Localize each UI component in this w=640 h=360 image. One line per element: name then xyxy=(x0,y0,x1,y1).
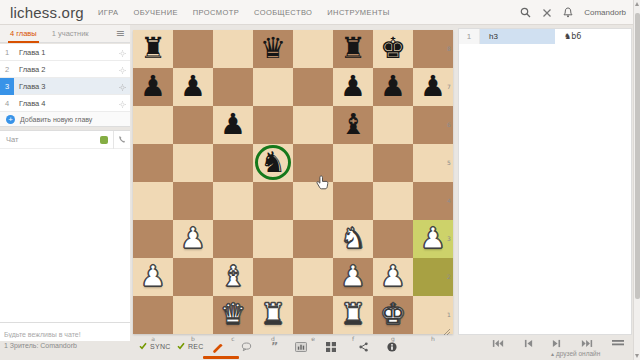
square-b1[interactable] xyxy=(173,296,213,334)
square-b3[interactable]: ♟ xyxy=(173,220,213,258)
square-f1[interactable]: ♜ xyxy=(333,296,373,334)
quote-icon[interactable]: ” xyxy=(271,342,278,352)
square-g6[interactable] xyxy=(373,106,413,144)
chapter-title: Глава 1 xyxy=(14,48,119,57)
analysis-menu-button[interactable] xyxy=(612,334,624,352)
spectators-line: 1 Зритель: Comandorb xyxy=(4,342,77,349)
chapter-number: 4 xyxy=(0,95,14,112)
comments-tab-active[interactable] xyxy=(212,342,224,354)
square-b7[interactable]: ♟ xyxy=(173,68,213,106)
gear-icon[interactable] xyxy=(119,94,126,112)
menu-item-community[interactable]: СООБЩЕСТВО xyxy=(254,8,312,17)
file-label-g: g xyxy=(373,335,413,342)
add-chapter-button[interactable]: + Добавить новую главу xyxy=(0,112,130,127)
piece-white-knight[interactable]: ♞ xyxy=(333,220,373,258)
piece-white-rook[interactable]: ♜ xyxy=(333,296,373,334)
square-g1[interactable]: ♚ xyxy=(373,296,413,334)
square-b4[interactable] xyxy=(173,182,213,220)
sync-toggle[interactable]: SYNC xyxy=(139,342,171,350)
notifications-bell-icon[interactable] xyxy=(563,7,573,18)
file-label-b: b xyxy=(173,335,213,342)
piece-white-pawn[interactable]: ♟ xyxy=(373,258,413,296)
friends-online-label: друзей онлайн xyxy=(556,350,600,357)
rank-label-2: 2 xyxy=(447,258,455,296)
piece-black-pawn[interactable]: ♟ xyxy=(373,68,413,106)
square-h3[interactable]: ♟ xyxy=(413,220,453,258)
gear-icon[interactable] xyxy=(119,77,126,95)
active-tab-underline xyxy=(203,356,239,359)
square-g4[interactable] xyxy=(373,182,413,220)
gear-icon[interactable] xyxy=(119,60,126,78)
square-c3[interactable] xyxy=(213,220,253,258)
scroll-up-arrow[interactable] xyxy=(635,2,639,6)
chapter-title: Глава 3 xyxy=(14,82,119,91)
multiboard-grid-icon[interactable] xyxy=(326,342,336,352)
chat-header: Чат xyxy=(0,131,130,149)
piece-black-pawn[interactable]: ♟ xyxy=(213,106,253,144)
piece-black-rook[interactable]: ♜ xyxy=(133,30,173,68)
piece-white-pawn[interactable]: ♟ xyxy=(173,220,213,258)
tab-members[interactable]: 1 участник xyxy=(52,29,89,38)
square-f4[interactable] xyxy=(333,182,373,220)
sync-check-icon xyxy=(139,342,147,350)
study-toolbar: SYNC REC ” xyxy=(133,342,463,360)
resize-handle-icon[interactable] xyxy=(441,322,451,340)
square-f3[interactable]: ♞ xyxy=(333,220,373,258)
menu-item-tools[interactable]: ИНСТРУМЕНТЫ xyxy=(327,8,389,17)
piece-white-pawn[interactable]: ♟ xyxy=(133,258,173,296)
rec-toggle[interactable]: REC xyxy=(177,342,204,350)
square-a7[interactable]: ♟ xyxy=(133,68,173,106)
tab-chapters[interactable]: 4 главы xyxy=(8,25,39,43)
window-scrollbar[interactable] xyxy=(633,0,640,360)
cursor-pointer-icon xyxy=(316,175,329,195)
pencil-icon xyxy=(212,342,224,354)
rec-check-icon xyxy=(177,342,185,350)
hamburger-menu-icon[interactable]: ≡ xyxy=(116,25,125,43)
chapter-row-2[interactable]: 2 Глава 2 xyxy=(0,61,130,78)
sync-label: SYNC xyxy=(150,343,171,350)
square-b6[interactable] xyxy=(173,106,213,144)
square-g8[interactable]: ♚ xyxy=(373,30,413,68)
chart-icon[interactable] xyxy=(295,342,307,352)
phone-icon xyxy=(118,135,127,144)
square-d1[interactable]: ♜ xyxy=(253,296,293,334)
chapter-number: 2 xyxy=(0,61,14,78)
piece-white-pawn[interactable]: ♟ xyxy=(333,258,373,296)
square-d7[interactable] xyxy=(253,68,293,106)
square-g7[interactable]: ♟ xyxy=(373,68,413,106)
square-d3[interactable] xyxy=(253,220,293,258)
square-a3[interactable] xyxy=(133,220,173,258)
chapter-row-1[interactable]: 1 Глава 1 xyxy=(0,44,130,61)
piece-white-king[interactable]: ♚ xyxy=(373,296,413,334)
main-menu: ИГРА ОБУЧЕНИЕ ПРОСМОТР СООБЩЕСТВО ИНСТРУ… xyxy=(98,8,390,17)
piece-white-rook[interactable]: ♜ xyxy=(253,296,293,334)
piece-white-bishop[interactable]: ♝ xyxy=(213,258,253,296)
square-d2[interactable] xyxy=(253,258,293,296)
challenges-icon[interactable] xyxy=(542,8,552,18)
square-d5[interactable]: ♞ xyxy=(253,144,293,182)
square-c7[interactable] xyxy=(213,68,253,106)
chat-room-toggle[interactable] xyxy=(113,131,130,149)
square-c2[interactable]: ♝ xyxy=(213,258,253,296)
file-label-f: f xyxy=(333,335,373,342)
move-black[interactable]: ♞b6 xyxy=(555,29,631,44)
prev-move-button[interactable] xyxy=(524,334,533,352)
move-row: 1 h3 ♞b6 xyxy=(459,29,631,44)
piece-white-queen[interactable]: ♛ xyxy=(213,296,253,334)
rec-label: REC xyxy=(188,343,204,350)
friends-online-toggle[interactable]: ▴ друзей онлайн xyxy=(551,350,600,357)
gear-icon[interactable] xyxy=(119,43,126,61)
username[interactable]: Comandorb xyxy=(584,8,626,17)
square-f5[interactable] xyxy=(333,144,373,182)
square-a5[interactable] xyxy=(133,144,173,182)
menu-item-watch[interactable]: ПРОСМОТР xyxy=(193,8,239,17)
chess-board[interactable]: ♜♛♜♚♟♟♟♟♟♟♝♞♟♞♟♟♝♟♟♛♜♜♚ xyxy=(133,30,453,334)
chat-title: Чат xyxy=(6,135,100,144)
rank-label-4: 4 xyxy=(447,182,455,220)
chat-input-wrap xyxy=(0,322,130,336)
square-b2[interactable] xyxy=(173,258,213,296)
top-navbar: lichess.org ИГРА ОБУЧЕНИЕ ПРОСМОТР СООБЩ… xyxy=(0,0,640,25)
square-d8[interactable]: ♛ xyxy=(253,30,293,68)
rank-label-5: 5 xyxy=(447,144,455,182)
member-status-icon xyxy=(100,136,108,144)
add-icon: + xyxy=(6,115,15,124)
lichess-logo[interactable]: lichess.org xyxy=(10,4,84,21)
move-white-current[interactable]: h3 xyxy=(480,29,555,44)
square-g2[interactable]: ♟ xyxy=(373,258,413,296)
square-g5[interactable] xyxy=(373,144,413,182)
file-label-c: c xyxy=(213,335,253,342)
move-nav-controls xyxy=(458,337,632,349)
square-d6[interactable] xyxy=(253,106,293,144)
square-f8[interactable]: ♜ xyxy=(333,30,373,68)
menu-item-play[interactable]: ИГРА xyxy=(98,8,119,17)
move-number: 1 xyxy=(459,29,480,44)
share-icon[interactable] xyxy=(359,342,368,352)
piece-black-pawn[interactable]: ♟ xyxy=(133,68,173,106)
piece-black-king[interactable]: ♚ xyxy=(373,30,413,68)
chapter-number: 3 xyxy=(0,78,14,95)
scrollbar-thumb[interactable] xyxy=(635,13,640,299)
square-b5[interactable] xyxy=(173,144,213,182)
add-chapter-label: Добавить новую главу xyxy=(20,116,92,123)
navbar-right: Comandorb xyxy=(520,0,626,25)
square-f2[interactable]: ♟ xyxy=(333,258,373,296)
square-e3[interactable] xyxy=(293,220,333,258)
square-c5[interactable] xyxy=(213,144,253,182)
file-labels: abcdefgh xyxy=(133,335,453,342)
rank-label-8: 8 xyxy=(447,30,455,68)
square-b8[interactable] xyxy=(173,30,213,68)
piece-black-rook[interactable]: ♜ xyxy=(333,30,373,68)
first-move-button[interactable] xyxy=(492,334,504,352)
square-f6[interactable]: ♝ xyxy=(333,106,373,144)
search-icon[interactable] xyxy=(520,7,531,18)
piece-black-pawn[interactable]: ♟ xyxy=(333,68,373,106)
chat-input[interactable] xyxy=(0,328,130,341)
square-a2[interactable]: ♟ xyxy=(133,258,173,296)
piece-black-bishop[interactable]: ♝ xyxy=(333,106,373,144)
rank-label-6: 6 xyxy=(447,106,455,144)
piece-black-queen[interactable]: ♛ xyxy=(253,30,293,68)
chapter-title: Глава 2 xyxy=(14,65,119,74)
square-a8[interactable]: ♜ xyxy=(133,30,173,68)
square-e2[interactable] xyxy=(293,258,333,296)
move-list-panel: 1 h3 ♞b6 xyxy=(458,28,632,335)
chat-panel: Чат xyxy=(0,130,130,337)
chapter-title: Глава 4 xyxy=(14,99,119,108)
square-g3[interactable] xyxy=(373,220,413,258)
square-c6[interactable]: ♟ xyxy=(213,106,253,144)
square-e7[interactable] xyxy=(293,68,333,106)
file-label-a: a xyxy=(133,335,173,342)
square-e1[interactable] xyxy=(293,296,333,334)
piece-black-pawn[interactable]: ♟ xyxy=(173,68,213,106)
comment-bubble-icon[interactable] xyxy=(241,342,252,352)
study-tabs: 4 главы 1 участник ≡ xyxy=(0,25,130,43)
piece-black-knight[interactable]: ♞ xyxy=(253,144,293,182)
square-a1[interactable] xyxy=(133,296,173,334)
chapter-list: 1 Глава 1 2 Глава 2 3 Глава 3 4 Глава 4 xyxy=(0,44,130,112)
square-d4[interactable] xyxy=(253,182,293,220)
piece-black-pawn[interactable]: ♟ xyxy=(413,68,453,106)
chapter-number: 1 xyxy=(0,44,14,61)
square-a4[interactable] xyxy=(133,182,173,220)
square-h7[interactable]: ♟ xyxy=(413,68,453,106)
piece-white-pawn[interactable]: ♟ xyxy=(413,220,453,258)
scroll-down-arrow[interactable] xyxy=(635,354,639,358)
square-a6[interactable] xyxy=(133,106,173,144)
square-e8[interactable] xyxy=(293,30,333,68)
chapter-row-3-active[interactable]: 3 Глава 3 xyxy=(0,78,130,95)
square-c1[interactable]: ♛ xyxy=(213,296,253,334)
info-icon[interactable] xyxy=(387,342,397,352)
square-c4[interactable] xyxy=(213,182,253,220)
square-e6[interactable] xyxy=(293,106,333,144)
menu-item-learn[interactable]: ОБУЧЕНИЕ xyxy=(133,8,177,17)
file-label-e: e xyxy=(293,335,333,342)
square-f7[interactable]: ♟ xyxy=(333,68,373,106)
square-c8[interactable] xyxy=(213,30,253,68)
chapter-row-4[interactable]: 4 Глава 4 xyxy=(0,95,130,112)
